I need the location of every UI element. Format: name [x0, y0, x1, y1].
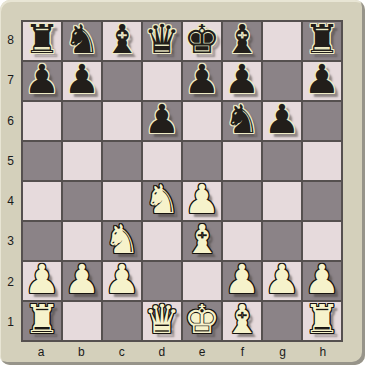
square-g5[interactable] [263, 142, 301, 180]
square-b6[interactable] [63, 102, 101, 140]
square-f3[interactable] [223, 222, 261, 260]
square-g2[interactable]: ♟ [263, 262, 301, 300]
piece-white-rook-h1[interactable]: ♜ [304, 300, 340, 338]
rank-label-7: 7 [0, 60, 21, 100]
piece-black-rook-a8[interactable]: ♜ [24, 20, 60, 58]
square-h1[interactable]: ♜ [303, 302, 341, 340]
square-f5[interactable] [223, 142, 261, 180]
square-a3[interactable] [23, 222, 61, 260]
square-g6[interactable]: ♟ [263, 102, 301, 140]
piece-white-king-e1[interactable]: ♚ [184, 300, 220, 338]
rank-labels: 87654321 [0, 20, 21, 342]
square-f4[interactable] [223, 182, 261, 220]
square-a6[interactable] [23, 102, 61, 140]
square-b7[interactable]: ♟ [63, 62, 101, 100]
piece-black-rook-h8[interactable]: ♜ [304, 20, 340, 58]
square-h3[interactable] [303, 222, 341, 260]
piece-black-bishop-f8[interactable]: ♝ [224, 20, 260, 58]
piece-white-knight-d4[interactable]: ♞ [144, 180, 180, 218]
piece-black-pawn-f7[interactable]: ♟ [224, 60, 260, 98]
square-g1[interactable] [263, 302, 301, 340]
square-g3[interactable] [263, 222, 301, 260]
rank-label-6: 6 [0, 101, 21, 141]
square-c7[interactable] [103, 62, 141, 100]
square-c2[interactable]: ♟ [103, 262, 141, 300]
piece-white-queen-d1[interactable]: ♛ [144, 300, 180, 338]
rank-label-5: 5 [0, 141, 21, 181]
square-h8[interactable]: ♜ [303, 22, 341, 60]
piece-white-pawn-b2[interactable]: ♟ [64, 260, 100, 298]
square-d6[interactable]: ♟ [143, 102, 181, 140]
square-a7[interactable]: ♟ [23, 62, 61, 100]
piece-black-pawn-h7[interactable]: ♟ [304, 60, 340, 98]
square-e8[interactable]: ♚ [183, 22, 221, 60]
square-f1[interactable]: ♝ [223, 302, 261, 340]
square-e6[interactable] [183, 102, 221, 140]
square-g8[interactable] [263, 22, 301, 60]
square-b4[interactable] [63, 182, 101, 220]
square-e2[interactable] [183, 262, 221, 300]
square-d2[interactable] [143, 262, 181, 300]
file-label-e: e [182, 342, 222, 362]
square-e5[interactable] [183, 142, 221, 180]
square-a1[interactable]: ♜ [23, 302, 61, 340]
file-label-a: a [21, 342, 61, 362]
piece-white-pawn-h2[interactable]: ♟ [304, 260, 340, 298]
square-g7[interactable] [263, 62, 301, 100]
square-e4[interactable]: ♟ [183, 182, 221, 220]
square-h5[interactable] [303, 142, 341, 180]
piece-black-pawn-b7[interactable]: ♟ [64, 60, 100, 98]
file-label-d: d [142, 342, 182, 362]
piece-white-pawn-f2[interactable]: ♟ [224, 260, 260, 298]
square-g4[interactable] [263, 182, 301, 220]
piece-black-pawn-e7[interactable]: ♟ [184, 60, 220, 98]
square-f2[interactable]: ♟ [223, 262, 261, 300]
square-c6[interactable] [103, 102, 141, 140]
square-b3[interactable] [63, 222, 101, 260]
piece-black-king-e8[interactable]: ♚ [184, 20, 220, 58]
file-label-b: b [61, 342, 101, 362]
chess-board-widget: 87654321 ♜♞♝♛♚♝♜♟♟♟♟♟♟♞♟♞♟♞♝♟♟♟♟♟♟♜♛♚♝♜ … [0, 0, 365, 365]
square-a4[interactable] [23, 182, 61, 220]
rank-label-8: 8 [0, 20, 21, 60]
chess-board: ♜♞♝♛♚♝♜♟♟♟♟♟♟♞♟♞♟♞♝♟♟♟♟♟♟♜♛♚♝♜ [21, 20, 343, 342]
square-h6[interactable] [303, 102, 341, 140]
square-c5[interactable] [103, 142, 141, 180]
file-label-g: g [263, 342, 303, 362]
file-labels: abcdefgh [21, 342, 343, 362]
piece-black-knight-b8[interactable]: ♞ [64, 20, 100, 58]
piece-white-pawn-e4[interactable]: ♟ [184, 180, 220, 218]
rank-label-2: 2 [0, 262, 21, 302]
piece-white-pawn-g2[interactable]: ♟ [264, 260, 300, 298]
piece-black-bishop-c8[interactable]: ♝ [104, 20, 140, 58]
square-a8[interactable]: ♜ [23, 22, 61, 60]
rank-label-4: 4 [0, 181, 21, 221]
rank-label-3: 3 [0, 221, 21, 261]
square-f7[interactable]: ♟ [223, 62, 261, 100]
square-d8[interactable]: ♛ [143, 22, 181, 60]
square-d5[interactable] [143, 142, 181, 180]
square-a2[interactable]: ♟ [23, 262, 61, 300]
square-d4[interactable]: ♞ [143, 182, 181, 220]
piece-white-bishop-e3[interactable]: ♝ [184, 220, 220, 258]
file-label-h: h [303, 342, 343, 362]
square-c8[interactable]: ♝ [103, 22, 141, 60]
square-h2[interactable]: ♟ [303, 262, 341, 300]
piece-white-rook-a1[interactable]: ♜ [24, 300, 60, 338]
square-c4[interactable] [103, 182, 141, 220]
square-e3[interactable]: ♝ [183, 222, 221, 260]
square-b2[interactable]: ♟ [63, 262, 101, 300]
square-b5[interactable] [63, 142, 101, 180]
piece-white-pawn-c2[interactable]: ♟ [104, 260, 140, 298]
square-c3[interactable]: ♞ [103, 222, 141, 260]
piece-black-pawn-g6[interactable]: ♟ [264, 100, 300, 138]
piece-white-pawn-a2[interactable]: ♟ [24, 260, 60, 298]
square-d3[interactable] [143, 222, 181, 260]
piece-black-pawn-d6[interactable]: ♟ [144, 100, 180, 138]
square-e1[interactable]: ♚ [183, 302, 221, 340]
rank-label-1: 1 [0, 302, 21, 342]
square-b1[interactable] [63, 302, 101, 340]
square-d7[interactable] [143, 62, 181, 100]
square-f6[interactable]: ♞ [223, 102, 261, 140]
file-label-f: f [222, 342, 262, 362]
square-a5[interactable] [23, 142, 61, 180]
square-c1[interactable] [103, 302, 141, 340]
piece-black-pawn-a7[interactable]: ♟ [24, 60, 60, 98]
square-b8[interactable]: ♞ [63, 22, 101, 60]
square-h4[interactable] [303, 182, 341, 220]
square-h7[interactable]: ♟ [303, 62, 341, 100]
file-label-c: c [102, 342, 142, 362]
square-e7[interactable]: ♟ [183, 62, 221, 100]
piece-black-queen-d8[interactable]: ♛ [144, 20, 180, 58]
piece-white-knight-c3[interactable]: ♞ [104, 220, 140, 258]
square-d1[interactable]: ♛ [143, 302, 181, 340]
piece-white-bishop-f1[interactable]: ♝ [224, 300, 260, 338]
square-f8[interactable]: ♝ [223, 22, 261, 60]
piece-black-knight-f6[interactable]: ♞ [224, 100, 260, 138]
